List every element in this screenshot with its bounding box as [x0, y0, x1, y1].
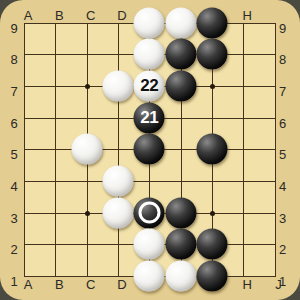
row-label-right-2: 2 — [279, 243, 286, 256]
col-label-bottom-B: B — [55, 277, 64, 290]
grid-vertical-line — [243, 23, 244, 278]
stone-black-G5[interactable] — [196, 134, 227, 165]
stone-white-E1[interactable] — [134, 261, 165, 292]
stone-black-G2[interactable] — [196, 229, 227, 260]
stone-black-E5[interactable] — [134, 134, 165, 165]
row-label-right-3: 3 — [279, 211, 286, 224]
row-label-right-4: 4 — [279, 180, 286, 193]
row-label-left-9: 9 — [10, 21, 17, 34]
stone-black-F7[interactable] — [165, 70, 196, 101]
col-label-top-H: H — [242, 9, 251, 22]
col-label-bottom-H: H — [242, 277, 251, 290]
go-board-tile: ABCDEFGHABCDEFGHJ9876543219876543212221 — [0, 0, 300, 300]
stone-black-G9[interactable] — [196, 7, 227, 38]
stone-black-E6[interactable]: 21 — [134, 102, 165, 133]
row-label-right-7: 7 — [279, 84, 286, 97]
star-point — [210, 211, 215, 216]
stone-white-D3[interactable] — [103, 197, 134, 228]
col-label-top-C: C — [86, 9, 95, 22]
row-label-right-5: 5 — [279, 148, 286, 161]
stone-white-E2[interactable] — [134, 229, 165, 260]
stone-black-E3[interactable] — [134, 197, 165, 228]
grid-horizontal-line — [24, 181, 275, 182]
col-label-top-B: B — [55, 9, 64, 22]
move-number-label: 22 — [140, 76, 158, 96]
star-point — [210, 84, 215, 89]
stone-black-G1[interactable] — [196, 261, 227, 292]
row-label-left-7: 7 — [10, 84, 17, 97]
row-label-left-5: 5 — [10, 148, 17, 161]
col-label-top-D: D — [117, 9, 126, 22]
stone-white-D4[interactable] — [103, 166, 134, 197]
row-label-left-2: 2 — [10, 243, 17, 256]
col-label-bottom-A: A — [24, 277, 33, 290]
row-label-right-6: 6 — [279, 116, 286, 129]
col-label-bottom-C: C — [86, 277, 95, 290]
row-label-right-9: 9 — [279, 21, 286, 34]
row-label-left-3: 3 — [10, 211, 17, 224]
col-label-bottom-D: D — [117, 277, 126, 290]
stone-white-E8[interactable] — [134, 39, 165, 70]
row-label-right-1: 1 — [279, 275, 286, 288]
move-number-label: 21 — [140, 108, 158, 128]
stone-white-F9[interactable] — [165, 7, 196, 38]
circle-mark — [138, 202, 160, 224]
row-label-right-8: 8 — [279, 53, 286, 66]
row-label-left-4: 4 — [10, 180, 17, 193]
grid-vertical-line — [275, 23, 276, 278]
stone-white-E7[interactable]: 22 — [134, 70, 165, 101]
row-label-left-8: 8 — [10, 53, 17, 66]
stone-black-F2[interactable] — [165, 229, 196, 260]
stone-black-F8[interactable] — [165, 39, 196, 70]
col-label-top-A: A — [24, 9, 33, 22]
row-label-left-1: 1 — [10, 275, 17, 288]
stone-black-G8[interactable] — [196, 39, 227, 70]
stone-white-C5[interactable] — [71, 134, 102, 165]
stone-white-E9[interactable] — [134, 7, 165, 38]
stone-white-D7[interactable] — [103, 70, 134, 101]
stone-black-F3[interactable] — [165, 197, 196, 228]
row-label-left-6: 6 — [10, 116, 17, 129]
star-point — [85, 84, 90, 89]
star-point — [85, 211, 90, 216]
stone-white-F1[interactable] — [165, 261, 196, 292]
